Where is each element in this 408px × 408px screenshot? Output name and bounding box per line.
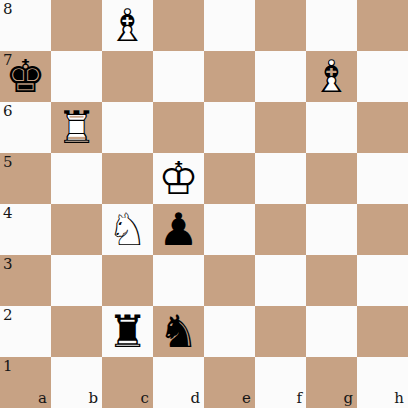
square-c3[interactable] [102,255,153,306]
square-f2[interactable] [255,306,306,357]
square-e2[interactable] [204,306,255,357]
square-c8[interactable]: ♝♗ [102,0,153,51]
square-a7[interactable]: 7♚ [0,51,51,102]
square-f6[interactable] [255,102,306,153]
square-f7[interactable] [255,51,306,102]
square-b1[interactable]: b [51,357,102,408]
square-b3[interactable] [51,255,102,306]
piece-black-king-a7[interactable]: ♚ [0,51,51,102]
square-b5[interactable] [51,153,102,204]
file-label-h: h [394,391,404,406]
square-b6[interactable]: ♜♖ [51,102,102,153]
square-d3[interactable] [153,255,204,306]
square-g5[interactable] [306,153,357,204]
square-a4[interactable]: 4 [0,204,51,255]
piece-black-knight-d2[interactable]: ♞ [153,306,204,357]
square-f5[interactable] [255,153,306,204]
rank-label-2: 2 [3,308,13,323]
rank-label-3: 3 [3,257,13,272]
square-e6[interactable] [204,102,255,153]
square-b2[interactable] [51,306,102,357]
square-c6[interactable] [102,102,153,153]
square-h3[interactable] [357,255,408,306]
square-f8[interactable] [255,0,306,51]
square-f3[interactable] [255,255,306,306]
piece-white-bishop-g7[interactable]: ♗ [306,51,357,102]
square-g8[interactable] [306,0,357,51]
square-e4[interactable] [204,204,255,255]
square-d1[interactable]: d [153,357,204,408]
file-label-c: c [141,391,149,406]
square-d6[interactable] [153,102,204,153]
square-h5[interactable] [357,153,408,204]
piece-white-rook-b6[interactable]: ♖ [51,102,102,153]
square-a1[interactable]: 1a [0,357,51,408]
piece-white-bishop-c8[interactable]: ♗ [102,0,153,51]
square-a2[interactable]: 2 [0,306,51,357]
square-e5[interactable] [204,153,255,204]
square-d4[interactable]: ♟ [153,204,204,255]
square-f4[interactable] [255,204,306,255]
rank-label-6: 6 [3,104,13,119]
square-h8[interactable] [357,0,408,51]
file-label-d: d [190,391,200,406]
rank-label-1: 1 [3,359,13,374]
square-h7[interactable] [357,51,408,102]
square-g6[interactable] [306,102,357,153]
file-label-e: e [242,391,251,406]
square-d8[interactable] [153,0,204,51]
square-g2[interactable] [306,306,357,357]
square-b7[interactable] [51,51,102,102]
file-label-g: g [343,391,353,406]
square-e1[interactable]: e [204,357,255,408]
piece-black-pawn-d4[interactable]: ♟ [153,204,204,255]
square-c7[interactable] [102,51,153,102]
square-a3[interactable]: 3 [0,255,51,306]
square-f1[interactable]: f [255,357,306,408]
square-h4[interactable] [357,204,408,255]
square-d5[interactable]: ♚♔ [153,153,204,204]
square-d2[interactable]: ♞ [153,306,204,357]
square-e7[interactable] [204,51,255,102]
chess-board: 8♝♗7♚♝♗6♜♖5♚♔4♞♘♟32♜♞1abcdefgh [0,0,408,408]
square-g7[interactable]: ♝♗ [306,51,357,102]
rank-label-5: 5 [3,155,13,170]
square-c1[interactable]: c [102,357,153,408]
square-c2[interactable]: ♜ [102,306,153,357]
square-h6[interactable] [357,102,408,153]
square-a5[interactable]: 5 [0,153,51,204]
piece-white-knight-c4[interactable]: ♘ [102,204,153,255]
square-e8[interactable] [204,0,255,51]
square-c5[interactable] [102,153,153,204]
square-a6[interactable]: 6 [0,102,51,153]
square-a8[interactable]: 8 [0,0,51,51]
file-label-a: a [38,391,47,406]
rank-label-4: 4 [3,206,13,221]
square-c4[interactable]: ♞♘ [102,204,153,255]
square-h1[interactable]: h [357,357,408,408]
square-e3[interactable] [204,255,255,306]
square-g1[interactable]: g [306,357,357,408]
square-g3[interactable] [306,255,357,306]
square-b8[interactable] [51,0,102,51]
piece-white-king-d5[interactable]: ♔ [153,153,204,204]
file-label-b: b [88,391,98,406]
rank-label-8: 8 [3,2,13,17]
file-label-f: f [296,391,302,406]
piece-black-rook-c2[interactable]: ♜ [102,306,153,357]
square-g4[interactable] [306,204,357,255]
square-b4[interactable] [51,204,102,255]
square-h2[interactable] [357,306,408,357]
square-d7[interactable] [153,51,204,102]
